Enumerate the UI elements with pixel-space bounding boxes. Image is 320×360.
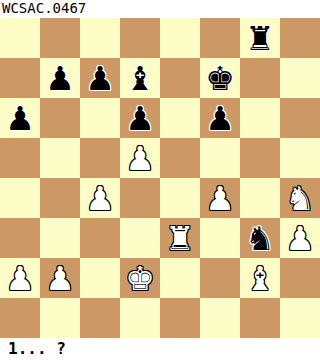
white-pawn: ♟ [85, 182, 115, 215]
square-e5[interactable] [160, 138, 200, 178]
square-a5[interactable] [0, 138, 40, 178]
square-b2[interactable]: ♟ [40, 258, 80, 298]
white-knight: ♞ [285, 182, 315, 215]
square-e3[interactable]: ♜ [160, 218, 200, 258]
square-h1[interactable] [280, 298, 320, 338]
square-b3[interactable] [40, 218, 80, 258]
black-pawn: ♟ [125, 102, 155, 135]
white-pawn: ♟ [45, 262, 75, 295]
square-h3[interactable]: ♟ [280, 218, 320, 258]
square-c4[interactable]: ♟ [80, 178, 120, 218]
square-g3[interactable]: ♞ [240, 218, 280, 258]
square-e4[interactable] [160, 178, 200, 218]
square-e8[interactable] [160, 18, 200, 58]
square-f8[interactable] [200, 18, 240, 58]
square-d4[interactable] [120, 178, 160, 218]
black-bishop: ♝ [125, 62, 155, 95]
square-g1[interactable] [240, 298, 280, 338]
square-c2[interactable] [80, 258, 120, 298]
square-h2[interactable] [280, 258, 320, 298]
square-g4[interactable] [240, 178, 280, 218]
square-d6[interactable]: ♟ [120, 98, 160, 138]
square-d2[interactable]: ♚ [120, 258, 160, 298]
square-a3[interactable] [0, 218, 40, 258]
square-g7[interactable] [240, 58, 280, 98]
square-a6[interactable]: ♟ [0, 98, 40, 138]
square-d8[interactable] [120, 18, 160, 58]
black-pawn: ♟ [5, 102, 35, 135]
square-a8[interactable] [0, 18, 40, 58]
white-bishop: ♝ [245, 262, 275, 295]
square-h6[interactable] [280, 98, 320, 138]
square-d5[interactable]: ♟ [120, 138, 160, 178]
square-f2[interactable] [200, 258, 240, 298]
square-c1[interactable] [80, 298, 120, 338]
black-knight: ♞ [245, 222, 275, 255]
white-king: ♚ [125, 262, 155, 295]
square-h4[interactable]: ♞ [280, 178, 320, 218]
square-a7[interactable] [0, 58, 40, 98]
black-rook: ♜ [245, 22, 275, 55]
square-e1[interactable] [160, 298, 200, 338]
white-pawn: ♟ [285, 222, 315, 255]
white-pawn: ♟ [5, 262, 35, 295]
square-f5[interactable] [200, 138, 240, 178]
square-b6[interactable] [40, 98, 80, 138]
square-c3[interactable] [80, 218, 120, 258]
square-g5[interactable] [240, 138, 280, 178]
square-f3[interactable] [200, 218, 240, 258]
square-d7[interactable]: ♝ [120, 58, 160, 98]
square-h7[interactable] [280, 58, 320, 98]
square-b1[interactable] [40, 298, 80, 338]
square-c7[interactable]: ♟ [80, 58, 120, 98]
white-pawn: ♟ [205, 182, 235, 215]
black-king: ♚ [205, 62, 235, 95]
square-f7[interactable]: ♚ [200, 58, 240, 98]
square-e6[interactable] [160, 98, 200, 138]
square-f4[interactable]: ♟ [200, 178, 240, 218]
square-g6[interactable] [240, 98, 280, 138]
square-e7[interactable] [160, 58, 200, 98]
square-g2[interactable]: ♝ [240, 258, 280, 298]
move-prompt: 1... ? [0, 338, 320, 360]
square-b4[interactable] [40, 178, 80, 218]
square-c6[interactable] [80, 98, 120, 138]
square-e2[interactable] [160, 258, 200, 298]
square-h5[interactable] [280, 138, 320, 178]
square-f1[interactable] [200, 298, 240, 338]
white-rook: ♜ [165, 222, 195, 255]
black-pawn: ♟ [45, 62, 75, 95]
puzzle-title: WCSAC.0467 [0, 0, 320, 18]
white-pawn: ♟ [125, 142, 155, 175]
square-f6[interactable]: ♟ [200, 98, 240, 138]
chess-board: ♜♟♟♝♚♟♟♟♟♟♟♞♜♞♟♟♟♚♝ [0, 18, 320, 338]
black-pawn: ♟ [85, 62, 115, 95]
square-b5[interactable] [40, 138, 80, 178]
square-d1[interactable] [120, 298, 160, 338]
square-d3[interactable] [120, 218, 160, 258]
square-a1[interactable] [0, 298, 40, 338]
square-b8[interactable] [40, 18, 80, 58]
square-a4[interactable] [0, 178, 40, 218]
square-b7[interactable]: ♟ [40, 58, 80, 98]
square-c8[interactable] [80, 18, 120, 58]
square-h8[interactable] [280, 18, 320, 58]
square-a2[interactable]: ♟ [0, 258, 40, 298]
square-g8[interactable]: ♜ [240, 18, 280, 58]
black-pawn: ♟ [205, 102, 235, 135]
square-c5[interactable] [80, 138, 120, 178]
